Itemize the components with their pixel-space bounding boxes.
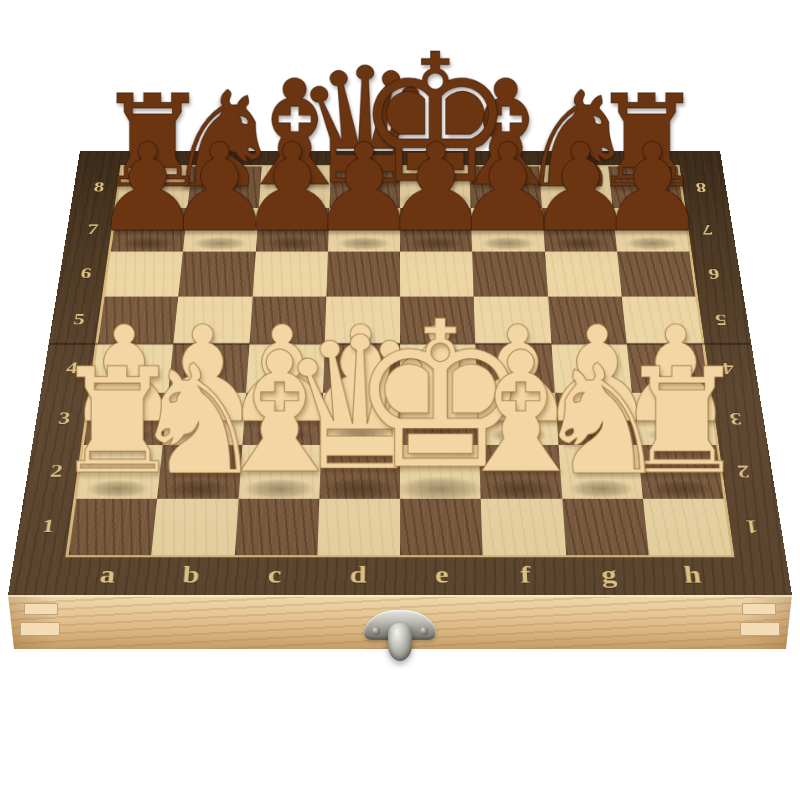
coord-file-e: e: [420, 562, 464, 588]
dovetail-joint: [742, 603, 776, 615]
coord-file-b: b: [168, 562, 214, 588]
chess-board: 12345678 12345678 abcdefgh ♜♞♝♛♚♝♞♜♟♟♟♟♟…: [8, 151, 792, 595]
latch-knob: [388, 623, 412, 661]
dovetail-joint: [24, 603, 58, 615]
coord-file-c: c: [252, 562, 297, 588]
coord-file-h: h: [669, 562, 716, 588]
coord-file-d: d: [336, 562, 380, 588]
pieces-layer: ♜♞♝♛♚♝♞♜♟♟♟♟♟♟♟♟♟♟♟♟♟♟♟♟♜♞♝♛♚♝♞♜: [8, 151, 792, 595]
coord-rank-right-7: 7: [694, 221, 720, 238]
coord-rank-left-8: 8: [86, 179, 112, 195]
latch-screw-left: [372, 627, 380, 635]
coord-file-a: a: [84, 562, 131, 588]
latch: [364, 610, 436, 668]
product-photo-stage: 12345678 12345678 abcdefgh ♜♞♝♛♚♝♞♜♟♟♟♟♟…: [0, 0, 800, 800]
coord-rank-right-1: 1: [737, 516, 768, 538]
bishop-glyph: ♝: [446, 338, 595, 488]
coord-rank-left-7: 7: [80, 221, 106, 238]
latch-screw-right: [420, 627, 428, 635]
coord-rank-right-8: 8: [688, 179, 714, 195]
coord-rank-left-1: 1: [33, 516, 64, 538]
coord-rank-right-5: 5: [707, 311, 735, 329]
coord-file-g: g: [586, 562, 632, 588]
coord-rank-right-2: 2: [729, 461, 759, 482]
dovetail-joint: [740, 622, 780, 636]
coord-rank-left-2: 2: [42, 461, 72, 482]
bishop-glyph: ♝: [204, 338, 353, 488]
coord-rank-left-5: 5: [65, 311, 93, 329]
dovetail-joint: [20, 622, 60, 636]
coord-rank-left-3: 3: [50, 408, 79, 428]
coord-rank-left-4: 4: [58, 358, 86, 377]
coord-rank-right-4: 4: [714, 358, 742, 377]
coord-file-f: f: [503, 562, 548, 588]
coord-rank-right-6: 6: [700, 265, 727, 283]
coord-rank-right-3: 3: [721, 408, 750, 428]
perspective-scene: 12345678 12345678 abcdefgh ♜♞♝♛♚♝♞♜♟♟♟♟♟…: [0, 0, 800, 800]
coord-rank-left-6: 6: [73, 265, 100, 283]
